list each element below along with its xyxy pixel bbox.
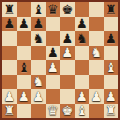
white-bishop-icon: ♝ [105, 60, 117, 73]
square-g8[interactable] [89, 2, 104, 17]
square-c4[interactable] [31, 60, 46, 75]
chess-board: ♜♝♛♚♜♟♟♟♟♞♟♞♟♟♟♞♝♟♝♞♟♟♟♟♟♟♜♛♚♝♜ [0, 0, 120, 120]
square-h6[interactable]: ♟ [104, 31, 119, 46]
square-g2[interactable]: ♟ [89, 89, 104, 104]
square-g4[interactable] [89, 60, 104, 75]
square-c7[interactable]: ♟ [31, 17, 46, 32]
square-h3[interactable] [104, 75, 119, 90]
square-d1[interactable]: ♛ [46, 104, 61, 119]
square-c1[interactable] [31, 104, 46, 119]
square-a2[interactable]: ♟ [2, 89, 17, 104]
square-h2[interactable]: ♟ [104, 89, 119, 104]
square-f3[interactable] [75, 75, 90, 90]
square-g6[interactable] [89, 31, 104, 46]
square-d2[interactable] [46, 89, 61, 104]
square-c5[interactable] [31, 46, 46, 61]
black-pawn-icon: ♟ [47, 46, 59, 59]
square-c3[interactable]: ♞ [31, 75, 46, 90]
square-h7[interactable] [104, 17, 119, 32]
square-f8[interactable] [75, 2, 90, 17]
square-a4[interactable] [2, 60, 17, 75]
black-queen-icon: ♛ [47, 2, 59, 15]
square-h1[interactable]: ♜ [104, 104, 119, 119]
square-e6[interactable]: ♟ [60, 31, 75, 46]
black-pawn-icon: ♟ [61, 31, 73, 44]
square-b1[interactable] [17, 104, 32, 119]
square-d6[interactable] [46, 31, 61, 46]
square-g3[interactable] [89, 75, 104, 90]
square-d3[interactable] [46, 75, 61, 90]
square-e8[interactable]: ♚ [60, 2, 75, 17]
square-b2[interactable]: ♟ [17, 89, 32, 104]
white-pawn-icon: ♟ [32, 89, 44, 102]
square-f4[interactable] [75, 60, 90, 75]
square-d4[interactable]: ♟ [46, 60, 61, 75]
white-knight-icon: ♞ [32, 75, 44, 88]
square-b8[interactable] [17, 2, 32, 17]
square-a7[interactable]: ♟ [2, 17, 17, 32]
black-pawn-icon: ♟ [76, 17, 88, 30]
black-knight-icon: ♞ [76, 31, 88, 44]
square-e4[interactable] [60, 60, 75, 75]
square-e5[interactable]: ♟ [60, 46, 75, 61]
square-g1[interactable] [89, 104, 104, 119]
white-knight-icon: ♞ [90, 46, 102, 59]
square-b6[interactable] [17, 31, 32, 46]
square-b4[interactable]: ♝ [17, 60, 32, 75]
square-a3[interactable] [2, 75, 17, 90]
white-pawn-icon: ♟ [18, 89, 30, 102]
black-king-icon: ♚ [61, 2, 73, 15]
square-c6[interactable]: ♞ [31, 31, 46, 46]
white-pawn-icon: ♟ [76, 89, 88, 102]
white-rook-icon: ♜ [3, 104, 15, 117]
square-f5[interactable] [75, 46, 90, 61]
square-b3[interactable] [17, 75, 32, 90]
black-rook-icon: ♜ [3, 2, 15, 15]
square-f6[interactable]: ♞ [75, 31, 90, 46]
square-f2[interactable]: ♟ [75, 89, 90, 104]
black-rook-icon: ♜ [105, 2, 117, 15]
white-rook-icon: ♜ [105, 104, 117, 117]
square-c8[interactable]: ♝ [31, 2, 46, 17]
square-a5[interactable] [2, 46, 17, 61]
square-c2[interactable]: ♟ [31, 89, 46, 104]
white-pawn-icon: ♟ [3, 89, 15, 102]
square-b7[interactable]: ♟ [17, 17, 32, 32]
square-h5[interactable] [104, 46, 119, 61]
square-g7[interactable] [89, 17, 104, 32]
square-e1[interactable]: ♚ [60, 104, 75, 119]
square-b5[interactable] [17, 46, 32, 61]
square-g5[interactable]: ♞ [89, 46, 104, 61]
square-e7[interactable] [60, 17, 75, 32]
white-pawn-icon: ♟ [47, 60, 59, 73]
square-d5[interactable]: ♟ [46, 46, 61, 61]
white-queen-icon: ♛ [47, 104, 59, 117]
square-a6[interactable] [2, 31, 17, 46]
square-f1[interactable]: ♝ [75, 104, 90, 119]
square-h8[interactable]: ♜ [104, 2, 119, 17]
square-f7[interactable]: ♟ [75, 17, 90, 32]
white-pawn-icon: ♟ [90, 89, 102, 102]
square-d8[interactable]: ♛ [46, 2, 61, 17]
black-bishop-icon: ♝ [18, 60, 30, 73]
white-pawn-icon: ♟ [105, 89, 117, 102]
white-bishop-icon: ♝ [76, 104, 88, 117]
white-pawn-icon: ♟ [61, 46, 73, 59]
black-pawn-icon: ♟ [105, 31, 117, 44]
square-a8[interactable]: ♜ [2, 2, 17, 17]
square-e3[interactable] [60, 75, 75, 90]
square-d7[interactable] [46, 17, 61, 32]
black-pawn-icon: ♟ [32, 17, 44, 30]
black-pawn-icon: ♟ [18, 17, 30, 30]
black-bishop-icon: ♝ [32, 2, 44, 15]
white-king-icon: ♚ [61, 104, 73, 117]
square-h4[interactable]: ♝ [104, 60, 119, 75]
black-pawn-icon: ♟ [3, 17, 15, 30]
square-a1[interactable]: ♜ [2, 104, 17, 119]
square-e2[interactable] [60, 89, 75, 104]
black-knight-icon: ♞ [32, 31, 44, 44]
